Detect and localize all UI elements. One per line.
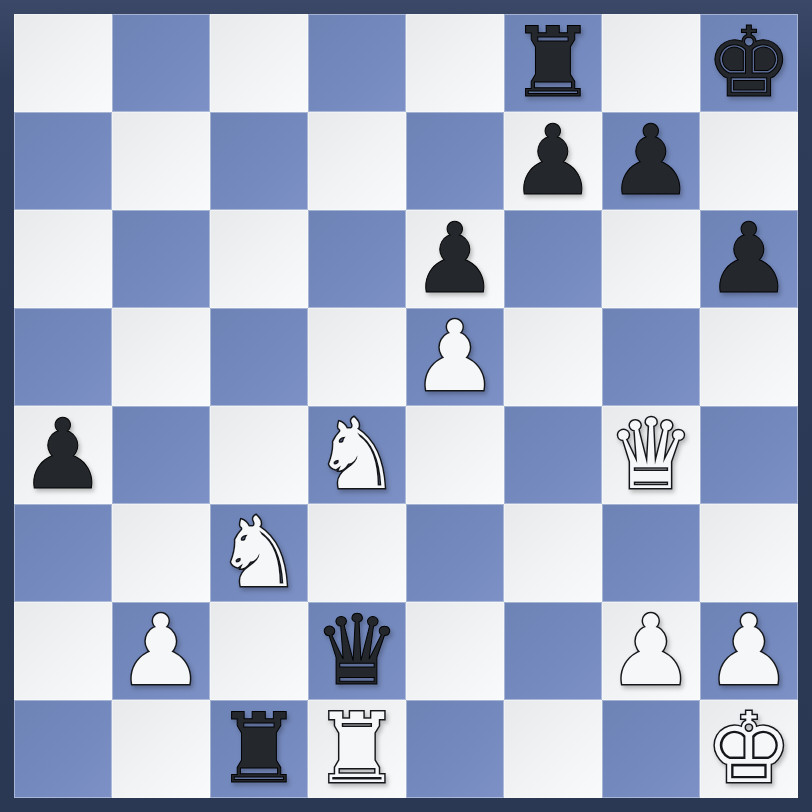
square-e5[interactable]: ♟ [406, 308, 504, 406]
black-pawn-g7[interactable]: ♟ [608, 112, 695, 210]
square-e7[interactable] [406, 112, 504, 210]
black-pawn-e6[interactable]: ♟ [412, 210, 499, 308]
square-e8[interactable] [406, 14, 504, 112]
chess-board: ♜♚♟♟♟♟♟♟♞♛♞♟♛♟♟♜♜♚ [14, 14, 798, 798]
square-h3[interactable] [700, 504, 798, 602]
white-king-h1[interactable]: ♚ [706, 700, 793, 798]
square-e4[interactable] [406, 406, 504, 504]
black-king-h8[interactable]: ♚ [706, 14, 793, 112]
square-g1[interactable] [602, 700, 700, 798]
square-a7[interactable] [14, 112, 112, 210]
square-f4[interactable] [504, 406, 602, 504]
square-b3[interactable] [112, 504, 210, 602]
square-g7[interactable]: ♟ [602, 112, 700, 210]
square-a2[interactable] [14, 602, 112, 700]
square-d6[interactable] [308, 210, 406, 308]
square-h6[interactable]: ♟ [700, 210, 798, 308]
square-b6[interactable] [112, 210, 210, 308]
square-a8[interactable] [14, 14, 112, 112]
square-b5[interactable] [112, 308, 210, 406]
square-d4[interactable]: ♞ [308, 406, 406, 504]
square-e1[interactable] [406, 700, 504, 798]
square-f5[interactable] [504, 308, 602, 406]
square-h8[interactable]: ♚ [700, 14, 798, 112]
white-pawn-g2[interactable]: ♟ [608, 602, 695, 700]
white-pawn-e5[interactable]: ♟ [412, 308, 499, 406]
square-a3[interactable] [14, 504, 112, 602]
square-g8[interactable] [602, 14, 700, 112]
square-g2[interactable]: ♟ [602, 602, 700, 700]
black-pawn-h6[interactable]: ♟ [706, 210, 793, 308]
square-g4[interactable]: ♛ [602, 406, 700, 504]
black-rook-c1[interactable]: ♜ [216, 700, 303, 798]
square-c8[interactable] [210, 14, 308, 112]
square-g6[interactable] [602, 210, 700, 308]
square-a6[interactable] [14, 210, 112, 308]
square-d8[interactable] [308, 14, 406, 112]
square-h4[interactable] [700, 406, 798, 504]
square-e3[interactable] [406, 504, 504, 602]
square-f2[interactable] [504, 602, 602, 700]
white-knight-c3[interactable]: ♞ [216, 504, 303, 602]
square-h1[interactable]: ♚ [700, 700, 798, 798]
square-b2[interactable]: ♟ [112, 602, 210, 700]
black-pawn-f7[interactable]: ♟ [510, 112, 597, 210]
square-c5[interactable] [210, 308, 308, 406]
black-pawn-a4[interactable]: ♟ [20, 406, 107, 504]
square-h5[interactable] [700, 308, 798, 406]
white-pawn-b2[interactable]: ♟ [118, 602, 205, 700]
square-d7[interactable] [308, 112, 406, 210]
white-pawn-h2[interactable]: ♟ [706, 602, 793, 700]
black-queen-d2[interactable]: ♛ [314, 602, 401, 700]
white-rook-d1[interactable]: ♜ [314, 700, 401, 798]
square-c2[interactable] [210, 602, 308, 700]
square-b7[interactable] [112, 112, 210, 210]
square-f7[interactable]: ♟ [504, 112, 602, 210]
square-c3[interactable]: ♞ [210, 504, 308, 602]
square-b1[interactable] [112, 700, 210, 798]
square-a5[interactable] [14, 308, 112, 406]
square-g3[interactable] [602, 504, 700, 602]
black-rook-f8[interactable]: ♜ [510, 14, 597, 112]
square-b4[interactable] [112, 406, 210, 504]
square-f1[interactable] [504, 700, 602, 798]
square-c1[interactable]: ♜ [210, 700, 308, 798]
square-e2[interactable] [406, 602, 504, 700]
square-d1[interactable]: ♜ [308, 700, 406, 798]
square-a4[interactable]: ♟ [14, 406, 112, 504]
square-h7[interactable] [700, 112, 798, 210]
board-frame: ♜♚♟♟♟♟♟♟♞♛♞♟♛♟♟♜♜♚ [0, 0, 812, 812]
square-g5[interactable] [602, 308, 700, 406]
square-f8[interactable]: ♜ [504, 14, 602, 112]
white-queen-g4[interactable]: ♛ [608, 406, 695, 504]
square-c4[interactable] [210, 406, 308, 504]
square-b8[interactable] [112, 14, 210, 112]
square-a1[interactable] [14, 700, 112, 798]
square-c6[interactable] [210, 210, 308, 308]
square-d2[interactable]: ♛ [308, 602, 406, 700]
white-knight-d4[interactable]: ♞ [314, 406, 401, 504]
square-c7[interactable] [210, 112, 308, 210]
square-d5[interactable] [308, 308, 406, 406]
square-h2[interactable]: ♟ [700, 602, 798, 700]
square-e6[interactable]: ♟ [406, 210, 504, 308]
square-f6[interactable] [504, 210, 602, 308]
square-d3[interactable] [308, 504, 406, 602]
square-f3[interactable] [504, 504, 602, 602]
